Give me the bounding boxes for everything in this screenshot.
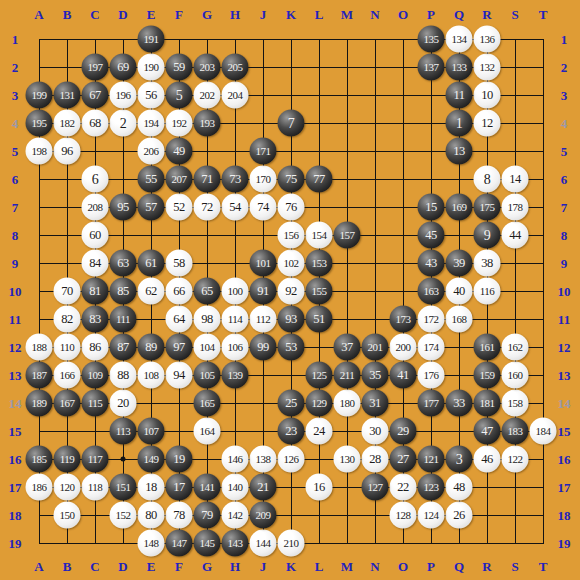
stone-D10[interactable]: 85	[110, 278, 137, 305]
stone-move-number: 200	[396, 342, 411, 353]
stone-move-number: 41	[397, 369, 409, 382]
stone-C7[interactable]: 208	[82, 194, 109, 221]
stone-K8[interactable]: 156	[278, 222, 305, 249]
row-label-right-10: 10	[558, 285, 571, 298]
stone-Q9[interactable]: 39	[446, 250, 473, 277]
stone-move-number: 139	[228, 370, 243, 381]
stone-E10[interactable]: 62	[138, 278, 165, 305]
stone-K19[interactable]: 210	[278, 530, 305, 557]
stone-F2[interactable]: 59	[166, 54, 193, 81]
stone-Q4[interactable]: 1	[446, 110, 473, 137]
stone-E18[interactable]: 80	[138, 502, 165, 529]
stone-move-number: 3	[456, 452, 463, 466]
stone-L6[interactable]: 77	[306, 166, 333, 193]
stone-J6[interactable]: 170	[250, 166, 277, 193]
stone-F16[interactable]: 19	[166, 446, 193, 473]
stone-move-number: 15	[425, 201, 437, 214]
stone-move-number: 20	[117, 397, 129, 410]
stone-F13[interactable]: 94	[166, 362, 193, 389]
stone-A13[interactable]: 187	[26, 362, 53, 389]
stone-B12[interactable]: 110	[54, 334, 81, 361]
col-label-bottom-P: P	[427, 560, 435, 573]
row-label-left-10: 10	[9, 285, 22, 298]
stone-C2[interactable]: 197	[82, 54, 109, 81]
stone-move-number: 9	[484, 228, 491, 242]
stone-D2[interactable]: 69	[110, 54, 137, 81]
stone-move-number: 70	[61, 285, 73, 298]
stone-M16[interactable]: 130	[334, 446, 361, 473]
stone-move-number: 176	[424, 370, 439, 381]
stone-D12[interactable]: 87	[110, 334, 137, 361]
col-label-top-K: K	[286, 8, 296, 21]
stone-D15[interactable]: 113	[110, 418, 137, 445]
stone-move-number: 145	[200, 538, 215, 549]
stone-E6[interactable]: 55	[138, 166, 165, 193]
stone-N17[interactable]: 127	[362, 474, 389, 501]
stone-C14[interactable]: 115	[82, 390, 109, 417]
stone-C13[interactable]: 109	[82, 362, 109, 389]
stone-move-number: 27	[397, 453, 409, 466]
stone-K16[interactable]: 126	[278, 446, 305, 473]
stone-E5[interactable]: 206	[138, 138, 165, 165]
stone-E17[interactable]: 18	[138, 474, 165, 501]
stone-T15[interactable]: 184	[530, 418, 557, 445]
stone-R7[interactable]: 175	[474, 194, 501, 221]
stone-O16[interactable]: 27	[390, 446, 417, 473]
stone-move-number: 118	[88, 482, 103, 493]
stone-move-number: 6	[92, 172, 99, 186]
stone-A5[interactable]: 198	[26, 138, 53, 165]
stone-L15[interactable]: 24	[306, 418, 333, 445]
stone-L14[interactable]: 129	[306, 390, 333, 417]
stone-A12[interactable]: 188	[26, 334, 53, 361]
stone-Q2[interactable]: 133	[446, 54, 473, 81]
stone-J17[interactable]: 21	[250, 474, 277, 501]
stone-P1[interactable]: 135	[418, 26, 445, 53]
stone-K10[interactable]: 92	[278, 278, 305, 305]
stone-S16[interactable]: 122	[502, 446, 529, 473]
stone-B18[interactable]: 150	[54, 502, 81, 529]
stone-move-number: 203	[200, 62, 215, 73]
stone-L17[interactable]: 16	[306, 474, 333, 501]
stone-F18[interactable]: 78	[166, 502, 193, 529]
stone-C10[interactable]: 81	[82, 278, 109, 305]
stone-F12[interactable]: 97	[166, 334, 193, 361]
stone-move-number: 16	[313, 481, 325, 494]
stone-R3[interactable]: 10	[474, 82, 501, 109]
stone-M13[interactable]: 211	[334, 362, 361, 389]
stone-G10[interactable]: 65	[194, 278, 221, 305]
stone-R6[interactable]: 8	[474, 166, 501, 193]
row-label-right-3: 3	[561, 89, 568, 102]
stone-B14[interactable]: 167	[54, 390, 81, 417]
stone-O17[interactable]: 22	[390, 474, 417, 501]
row-label-right-11: 11	[558, 313, 570, 326]
stone-D7[interactable]: 95	[110, 194, 137, 221]
col-label-top-H: H	[230, 8, 240, 21]
stone-M14[interactable]: 180	[334, 390, 361, 417]
stone-G19[interactable]: 145	[194, 530, 221, 557]
stone-H11[interactable]: 114	[222, 306, 249, 333]
stone-F9[interactable]: 58	[166, 250, 193, 277]
stone-move-number: 137	[424, 62, 439, 73]
stone-Q3[interactable]: 11	[446, 82, 473, 109]
stone-N14[interactable]: 31	[362, 390, 389, 417]
col-label-top-B: B	[63, 8, 72, 21]
stone-C8[interactable]: 60	[82, 222, 109, 249]
stone-N16[interactable]: 28	[362, 446, 389, 473]
stone-J12[interactable]: 99	[250, 334, 277, 361]
stone-F17[interactable]: 17	[166, 474, 193, 501]
stone-Q5[interactable]: 13	[446, 138, 473, 165]
stone-move-number: 210	[284, 538, 299, 549]
stone-move-number: 151	[116, 482, 131, 493]
stone-P2[interactable]: 137	[418, 54, 445, 81]
stone-O18[interactable]: 128	[390, 502, 417, 529]
stone-J9[interactable]: 101	[250, 250, 277, 277]
stone-A14[interactable]: 189	[26, 390, 53, 417]
stone-move-number: 10	[481, 89, 493, 102]
stone-Q18[interactable]: 26	[446, 502, 473, 529]
stone-move-number: 62	[145, 285, 157, 298]
stone-D13[interactable]: 88	[110, 362, 137, 389]
stone-move-number: 142	[228, 510, 243, 521]
row-label-left-3: 3	[12, 89, 19, 102]
row-label-right-9: 9	[561, 257, 568, 270]
col-label-top-P: P	[427, 8, 435, 21]
stone-G14[interactable]: 165	[194, 390, 221, 417]
stone-S12[interactable]: 162	[502, 334, 529, 361]
stone-B17[interactable]: 120	[54, 474, 81, 501]
stone-R13[interactable]: 159	[474, 362, 501, 389]
stone-move-number: 65	[201, 285, 213, 298]
stone-move-number: 33	[453, 397, 465, 410]
stone-E19[interactable]: 148	[138, 530, 165, 557]
stone-J7[interactable]: 74	[250, 194, 277, 221]
stone-move-number: 17	[173, 481, 185, 494]
stone-J19[interactable]: 144	[250, 530, 277, 557]
stone-move-number: 1	[456, 116, 463, 130]
stone-F11[interactable]: 64	[166, 306, 193, 333]
stone-R16[interactable]: 46	[474, 446, 501, 473]
stone-C16[interactable]: 117	[82, 446, 109, 473]
stone-J16[interactable]: 138	[250, 446, 277, 473]
stone-Q11[interactable]: 168	[446, 306, 473, 333]
stone-H16[interactable]: 146	[222, 446, 249, 473]
stone-move-number: 187	[32, 370, 47, 381]
stone-C3[interactable]: 67	[82, 82, 109, 109]
row-label-left-4: 4	[12, 117, 19, 130]
stone-K7[interactable]: 76	[278, 194, 305, 221]
stone-G2[interactable]: 203	[194, 54, 221, 81]
stone-R9[interactable]: 38	[474, 250, 501, 277]
stone-Q16[interactable]: 3	[446, 446, 473, 473]
stone-O12[interactable]: 200	[390, 334, 417, 361]
col-label-top-C: C	[90, 8, 99, 21]
stone-R4[interactable]: 12	[474, 110, 501, 137]
stone-G18[interactable]: 79	[194, 502, 221, 529]
stone-K4[interactable]: 7	[278, 110, 305, 137]
stone-E12[interactable]: 89	[138, 334, 165, 361]
stone-A3[interactable]: 199	[26, 82, 53, 109]
stone-B11[interactable]: 82	[54, 306, 81, 333]
stone-R1[interactable]: 136	[474, 26, 501, 53]
stone-L8[interactable]: 154	[306, 222, 333, 249]
stone-C6[interactable]: 6	[82, 166, 109, 193]
stone-R15[interactable]: 47	[474, 418, 501, 445]
stone-move-number: 37	[341, 341, 353, 354]
stone-R2[interactable]: 132	[474, 54, 501, 81]
stone-move-number: 128	[396, 510, 411, 521]
row-label-left-11: 11	[9, 313, 21, 326]
stone-move-number: 94	[173, 369, 185, 382]
stone-F19[interactable]: 147	[166, 530, 193, 557]
stone-move-number: 185	[32, 454, 47, 465]
stone-move-number: 91	[257, 285, 269, 298]
stone-P11[interactable]: 172	[418, 306, 445, 333]
stone-move-number: 127	[368, 482, 383, 493]
stone-move-number: 18	[145, 481, 157, 494]
stone-O11[interactable]: 173	[390, 306, 417, 333]
col-label-bottom-T: T	[539, 560, 548, 573]
stone-move-number: 25	[285, 397, 297, 410]
stone-M12[interactable]: 37	[334, 334, 361, 361]
stone-D17[interactable]: 151	[110, 474, 137, 501]
stone-H12[interactable]: 106	[222, 334, 249, 361]
stone-S15[interactable]: 183	[502, 418, 529, 445]
stone-H2[interactable]: 205	[222, 54, 249, 81]
stone-D4[interactable]: 2	[110, 110, 137, 137]
stone-G17[interactable]: 141	[194, 474, 221, 501]
stone-move-number: 97	[173, 341, 185, 354]
stone-G6[interactable]: 71	[194, 166, 221, 193]
stone-F4[interactable]: 192	[166, 110, 193, 137]
stone-move-number: 188	[32, 342, 47, 353]
stone-P7[interactable]: 15	[418, 194, 445, 221]
stone-P14[interactable]: 177	[418, 390, 445, 417]
stone-G12[interactable]: 104	[194, 334, 221, 361]
stone-E7[interactable]: 57	[138, 194, 165, 221]
row-label-right-17: 17	[558, 481, 571, 494]
col-label-bottom-D: D	[118, 560, 127, 573]
stone-move-number: 81	[89, 285, 101, 298]
stone-K11[interactable]: 93	[278, 306, 305, 333]
stone-Q17[interactable]: 48	[446, 474, 473, 501]
stone-H18[interactable]: 142	[222, 502, 249, 529]
stone-move-number: 55	[145, 173, 157, 186]
stone-G4[interactable]: 193	[194, 110, 221, 137]
stone-move-number: 190	[144, 62, 159, 73]
stone-move-number: 186	[32, 482, 47, 493]
col-label-top-F: F	[175, 8, 183, 21]
stone-move-number: 143	[228, 538, 243, 549]
stone-S8[interactable]: 44	[502, 222, 529, 249]
stone-move-number: 80	[145, 509, 157, 522]
stone-A17[interactable]: 186	[26, 474, 53, 501]
stone-K6[interactable]: 75	[278, 166, 305, 193]
stone-A4[interactable]: 195	[26, 110, 53, 137]
stone-Q14[interactable]: 33	[446, 390, 473, 417]
stone-move-number: 89	[145, 341, 157, 354]
stone-L10[interactable]: 155	[306, 278, 333, 305]
stone-move-number: 98	[201, 313, 213, 326]
stone-S6[interactable]: 14	[502, 166, 529, 193]
stone-S13[interactable]: 160	[502, 362, 529, 389]
stone-B13[interactable]: 166	[54, 362, 81, 389]
stone-C12[interactable]: 86	[82, 334, 109, 361]
stone-J10[interactable]: 91	[250, 278, 277, 305]
stone-B16[interactable]: 119	[54, 446, 81, 473]
stone-H10[interactable]: 100	[222, 278, 249, 305]
stone-D11[interactable]: 111	[110, 306, 137, 333]
stone-M8[interactable]: 157	[334, 222, 361, 249]
stone-E2[interactable]: 190	[138, 54, 165, 81]
stone-J18[interactable]: 209	[250, 502, 277, 529]
stone-O13[interactable]: 41	[390, 362, 417, 389]
stone-move-number: 184	[536, 426, 551, 437]
stone-move-number: 135	[424, 34, 439, 45]
stone-move-number: 106	[228, 342, 243, 353]
stone-move-number: 74	[257, 201, 269, 214]
stone-E15[interactable]: 107	[138, 418, 165, 445]
stone-move-number: 59	[173, 61, 185, 74]
stone-G11[interactable]: 98	[194, 306, 221, 333]
stone-N13[interactable]: 35	[362, 362, 389, 389]
stone-K12[interactable]: 53	[278, 334, 305, 361]
stone-N15[interactable]: 30	[362, 418, 389, 445]
row-label-right-8: 8	[561, 229, 568, 242]
stone-move-number: 72	[201, 201, 213, 214]
stone-P13[interactable]: 176	[418, 362, 445, 389]
stone-J5[interactable]: 171	[250, 138, 277, 165]
stone-L11[interactable]: 51	[306, 306, 333, 333]
stone-D18[interactable]: 152	[110, 502, 137, 529]
stone-F10[interactable]: 66	[166, 278, 193, 305]
stone-R8[interactable]: 9	[474, 222, 501, 249]
stone-move-number: 167	[60, 398, 75, 409]
stone-K15[interactable]: 23	[278, 418, 305, 445]
stone-move-number: 52	[173, 201, 185, 214]
stone-R14[interactable]: 181	[474, 390, 501, 417]
stone-move-number: 58	[173, 257, 185, 270]
row-label-right-14: 14	[558, 397, 571, 410]
stone-G15[interactable]: 164	[194, 418, 221, 445]
stone-J11[interactable]: 112	[250, 306, 277, 333]
stone-P8[interactable]: 45	[418, 222, 445, 249]
stone-E9[interactable]: 61	[138, 250, 165, 277]
stone-F7[interactable]: 52	[166, 194, 193, 221]
stone-move-number: 140	[228, 482, 243, 493]
stone-B4[interactable]: 182	[54, 110, 81, 137]
stone-move-number: 76	[285, 201, 297, 214]
stone-E13[interactable]: 108	[138, 362, 165, 389]
stone-move-number: 68	[89, 117, 101, 130]
stone-P17[interactable]: 123	[418, 474, 445, 501]
stone-F5[interactable]: 49	[166, 138, 193, 165]
stone-E1[interactable]: 191	[138, 26, 165, 53]
stone-move-number: 201	[368, 342, 383, 353]
stone-C9[interactable]: 84	[82, 250, 109, 277]
stone-S7[interactable]: 178	[502, 194, 529, 221]
stone-H19[interactable]: 143	[222, 530, 249, 557]
stone-P9[interactable]: 43	[418, 250, 445, 277]
stone-H7[interactable]: 54	[222, 194, 249, 221]
stone-E16[interactable]: 149	[138, 446, 165, 473]
stone-C17[interactable]: 118	[82, 474, 109, 501]
stone-move-number: 43	[425, 257, 437, 270]
stone-P16[interactable]: 121	[418, 446, 445, 473]
stone-N12[interactable]: 201	[362, 334, 389, 361]
stone-G3[interactable]: 202	[194, 82, 221, 109]
row-label-left-14: 14	[9, 397, 22, 410]
stone-F3[interactable]: 5	[166, 82, 193, 109]
col-label-top-Q: Q	[454, 8, 464, 21]
stone-A16[interactable]: 185	[26, 446, 53, 473]
star-point-D16	[121, 457, 126, 462]
stone-move-number: 208	[88, 202, 103, 213]
stone-P12[interactable]: 174	[418, 334, 445, 361]
stone-move-number: 159	[480, 370, 495, 381]
stone-R10[interactable]: 116	[474, 278, 501, 305]
stone-D3[interactable]: 196	[110, 82, 137, 109]
stone-H17[interactable]: 140	[222, 474, 249, 501]
stone-move-number: 69	[117, 61, 129, 74]
stone-P10[interactable]: 163	[418, 278, 445, 305]
stone-K14[interactable]: 25	[278, 390, 305, 417]
stone-O15[interactable]: 29	[390, 418, 417, 445]
stone-P18[interactable]: 124	[418, 502, 445, 529]
stone-move-number: 158	[508, 398, 523, 409]
col-label-bottom-H: H	[230, 560, 240, 573]
stone-Q7[interactable]: 169	[446, 194, 473, 221]
stone-E4[interactable]: 194	[138, 110, 165, 137]
stone-move-number: 53	[285, 341, 297, 354]
stone-E3[interactable]: 56	[138, 82, 165, 109]
stone-move-number: 168	[452, 314, 467, 325]
stone-H6[interactable]: 73	[222, 166, 249, 193]
stone-F6[interactable]: 207	[166, 166, 193, 193]
stone-D9[interactable]: 63	[110, 250, 137, 277]
stone-Q10[interactable]: 40	[446, 278, 473, 305]
stone-L13[interactable]: 125	[306, 362, 333, 389]
stone-move-number: 117	[88, 454, 103, 465]
stone-H3[interactable]: 204	[222, 82, 249, 109]
stone-move-number: 67	[89, 89, 101, 102]
stone-D14[interactable]: 20	[110, 390, 137, 417]
stone-move-number: 57	[145, 201, 157, 214]
stone-B10[interactable]: 70	[54, 278, 81, 305]
stone-move-number: 130	[340, 454, 355, 465]
stone-move-number: 61	[145, 257, 157, 270]
stone-L9[interactable]: 153	[306, 250, 333, 277]
stone-G13[interactable]: 105	[194, 362, 221, 389]
stone-B3[interactable]: 131	[54, 82, 81, 109]
stone-move-number: 178	[508, 202, 523, 213]
stone-B5[interactable]: 96	[54, 138, 81, 165]
stone-G7[interactable]: 72	[194, 194, 221, 221]
row-label-right-12: 12	[558, 341, 571, 354]
stone-C4[interactable]: 68	[82, 110, 109, 137]
stone-move-number: 121	[424, 454, 439, 465]
stone-K9[interactable]: 102	[278, 250, 305, 277]
stone-H13[interactable]: 139	[222, 362, 249, 389]
stone-R12[interactable]: 161	[474, 334, 501, 361]
stone-move-number: 133	[452, 62, 467, 73]
stone-Q1[interactable]: 134	[446, 26, 473, 53]
stone-C11[interactable]: 83	[82, 306, 109, 333]
stone-S14[interactable]: 158	[502, 390, 529, 417]
stone-move-number: 205	[228, 62, 243, 73]
